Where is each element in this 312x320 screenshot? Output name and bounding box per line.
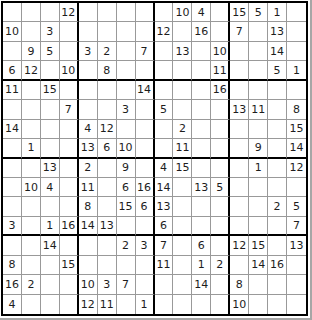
cell-r12c10-empty[interactable] bbox=[173, 217, 192, 236]
cell-r9c12-empty[interactable] bbox=[211, 159, 230, 178]
cell-r11c4-empty[interactable] bbox=[60, 197, 79, 216]
cell-r14c14-given[interactable]: 14 bbox=[249, 256, 268, 275]
cell-r9c4-empty[interactable] bbox=[60, 159, 79, 178]
cell-r10c15-empty[interactable] bbox=[268, 178, 287, 197]
cell-r12c1-given[interactable]: 3 bbox=[3, 217, 22, 236]
cell-r6c6-empty[interactable] bbox=[98, 100, 117, 119]
cell-r15c2-given[interactable]: 2 bbox=[22, 275, 41, 294]
cell-r1c15-given[interactable]: 1 bbox=[268, 3, 287, 22]
cell-r4c12-given[interactable]: 11 bbox=[211, 61, 230, 80]
cell-r3c3-given[interactable]: 5 bbox=[41, 42, 60, 61]
cell-r11c15-given[interactable]: 2 bbox=[268, 197, 287, 216]
cell-r12c2-empty[interactable] bbox=[22, 217, 41, 236]
cell-r12c3-given[interactable]: 1 bbox=[41, 217, 60, 236]
cell-r6c5-empty[interactable] bbox=[79, 100, 98, 119]
cell-r12c4-given[interactable]: 16 bbox=[60, 217, 79, 236]
cell-r14c15-given[interactable]: 16 bbox=[268, 256, 287, 275]
cell-r5c15-empty[interactable] bbox=[268, 81, 287, 100]
cell-r8c8-empty[interactable] bbox=[136, 139, 155, 158]
puzzle-page: 1210415511031216713953271310146121081151… bbox=[0, 0, 312, 320]
cell-r5c4-empty[interactable] bbox=[60, 81, 79, 100]
cell-r2c4-empty[interactable] bbox=[60, 22, 79, 41]
cell-r14c1-given[interactable]: 8 bbox=[3, 256, 22, 275]
cell-r8c6-given[interactable]: 6 bbox=[98, 139, 117, 158]
cell-r13c12-empty[interactable] bbox=[211, 236, 230, 255]
cell-r2c1-given[interactable]: 10 bbox=[3, 22, 22, 41]
cell-r13c16-given[interactable]: 13 bbox=[287, 236, 306, 255]
cell-r3c16-empty[interactable] bbox=[287, 42, 306, 61]
cell-r10c14-empty[interactable] bbox=[249, 178, 268, 197]
cell-r10c2-given[interactable]: 10 bbox=[22, 178, 41, 197]
cell-r9c11-empty[interactable] bbox=[192, 159, 211, 178]
cell-r2c3-given[interactable]: 3 bbox=[41, 22, 60, 41]
cell-r4c2-given[interactable]: 12 bbox=[22, 61, 41, 80]
cell-r6c12-empty[interactable] bbox=[211, 100, 230, 119]
cell-r6c2-empty[interactable] bbox=[22, 100, 41, 119]
cell-r6c11-empty[interactable] bbox=[192, 100, 211, 119]
cell-r15c6-given[interactable]: 3 bbox=[98, 275, 117, 294]
cell-r12c6-given[interactable]: 13 bbox=[98, 217, 117, 236]
cell-r15c14-empty[interactable] bbox=[249, 275, 268, 294]
cell-r1c9-empty[interactable] bbox=[155, 3, 174, 22]
cell-r10c5-given[interactable]: 11 bbox=[79, 178, 98, 197]
cell-r5c6-empty[interactable] bbox=[98, 81, 117, 100]
cell-r15c13-given[interactable]: 8 bbox=[230, 275, 249, 294]
cell-r12c12-empty[interactable] bbox=[211, 217, 230, 236]
cell-r7c9-empty[interactable] bbox=[155, 120, 174, 139]
cell-r7c6-given[interactable]: 12 bbox=[98, 120, 117, 139]
cell-r12c15-empty[interactable] bbox=[268, 217, 287, 236]
cell-r15c7-given[interactable]: 7 bbox=[117, 275, 136, 294]
cell-r5c8-given[interactable]: 14 bbox=[136, 81, 155, 100]
cell-r10c10-empty[interactable] bbox=[173, 178, 192, 197]
cell-r16c1-given[interactable]: 4 bbox=[3, 295, 22, 314]
cell-r3c4-empty[interactable] bbox=[60, 42, 79, 61]
cell-r16c8-given[interactable]: 1 bbox=[136, 295, 155, 314]
cell-r7c4-empty[interactable] bbox=[60, 120, 79, 139]
cell-r11c5-given[interactable]: 8 bbox=[79, 197, 98, 216]
cell-r10c9-given[interactable]: 14 bbox=[155, 178, 174, 197]
cell-r3c2-given[interactable]: 9 bbox=[22, 42, 41, 61]
cell-r6c9-given[interactable]: 5 bbox=[155, 100, 174, 119]
cell-r13c3-given[interactable]: 14 bbox=[41, 236, 60, 255]
cell-r16c13-given[interactable]: 10 bbox=[230, 295, 249, 314]
cell-r13c8-given[interactable]: 3 bbox=[136, 236, 155, 255]
cell-r8c11-empty[interactable] bbox=[192, 139, 211, 158]
cell-r11c16-given[interactable]: 5 bbox=[287, 197, 306, 216]
cell-r3c13-empty[interactable] bbox=[230, 42, 249, 61]
cell-r1c8-empty[interactable] bbox=[136, 3, 155, 22]
cell-r5c11-empty[interactable] bbox=[192, 81, 211, 100]
cell-r9c13-empty[interactable] bbox=[230, 159, 249, 178]
cell-r8c15-empty[interactable] bbox=[268, 139, 287, 158]
cell-r7c13-empty[interactable] bbox=[230, 120, 249, 139]
cell-r1c6-empty[interactable] bbox=[98, 3, 117, 22]
cell-r15c15-empty[interactable] bbox=[268, 275, 287, 294]
cell-r9c15-empty[interactable] bbox=[268, 159, 287, 178]
cell-r4c4-given[interactable]: 10 bbox=[60, 61, 79, 80]
cell-r11c6-empty[interactable] bbox=[98, 197, 117, 216]
cell-r13c10-empty[interactable] bbox=[173, 236, 192, 255]
cell-r14c16-empty[interactable] bbox=[287, 256, 306, 275]
cell-r13c7-given[interactable]: 2 bbox=[117, 236, 136, 255]
cell-r6c10-empty[interactable] bbox=[173, 100, 192, 119]
cell-r9c3-given[interactable]: 13 bbox=[41, 159, 60, 178]
cell-r9c9-given[interactable]: 4 bbox=[155, 159, 174, 178]
cell-r13c4-empty[interactable] bbox=[60, 236, 79, 255]
cell-r11c2-empty[interactable] bbox=[22, 197, 41, 216]
cell-r5c5-empty[interactable] bbox=[79, 81, 98, 100]
cell-r12c11-empty[interactable] bbox=[192, 217, 211, 236]
cell-r5c7-empty[interactable] bbox=[117, 81, 136, 100]
cell-r2c15-given[interactable]: 13 bbox=[268, 22, 287, 41]
cell-r1c1-empty[interactable] bbox=[3, 3, 22, 22]
cell-r4c1-given[interactable]: 6 bbox=[3, 61, 22, 80]
cell-r8c1-empty[interactable] bbox=[3, 139, 22, 158]
cell-r14c12-given[interactable]: 2 bbox=[211, 256, 230, 275]
cell-r4c9-empty[interactable] bbox=[155, 61, 174, 80]
cell-r4c6-given[interactable]: 8 bbox=[98, 61, 117, 80]
cell-r16c4-empty[interactable] bbox=[60, 295, 79, 314]
cell-r9c14-given[interactable]: 1 bbox=[249, 159, 268, 178]
cell-r3c5-given[interactable]: 3 bbox=[79, 42, 98, 61]
cell-r9c1-empty[interactable] bbox=[3, 159, 22, 178]
cell-r13c6-empty[interactable] bbox=[98, 236, 117, 255]
cell-r4c14-empty[interactable] bbox=[249, 61, 268, 80]
cell-r11c13-empty[interactable] bbox=[230, 197, 249, 216]
cell-r3c12-given[interactable]: 10 bbox=[211, 42, 230, 61]
cell-r4c3-empty[interactable] bbox=[41, 61, 60, 80]
cell-r8c14-given[interactable]: 9 bbox=[249, 139, 268, 158]
cell-r5c2-empty[interactable] bbox=[22, 81, 41, 100]
cell-r7c15-empty[interactable] bbox=[268, 120, 287, 139]
cell-r7c5-given[interactable]: 4 bbox=[79, 120, 98, 139]
cell-r9c5-given[interactable]: 2 bbox=[79, 159, 98, 178]
cell-r11c14-empty[interactable] bbox=[249, 197, 268, 216]
cell-r2c10-empty[interactable] bbox=[173, 22, 192, 41]
cell-r7c11-empty[interactable] bbox=[192, 120, 211, 139]
cell-r5c14-empty[interactable] bbox=[249, 81, 268, 100]
cell-r6c3-empty[interactable] bbox=[41, 100, 60, 119]
cell-r2c8-empty[interactable] bbox=[136, 22, 155, 41]
cell-r1c11-given[interactable]: 4 bbox=[192, 3, 211, 22]
cell-r15c9-empty[interactable] bbox=[155, 275, 174, 294]
cell-r1c5-empty[interactable] bbox=[79, 3, 98, 22]
cell-r3c7-empty[interactable] bbox=[117, 42, 136, 61]
cell-r16c14-empty[interactable] bbox=[249, 295, 268, 314]
cell-r1c16-empty[interactable] bbox=[287, 3, 306, 22]
cell-r16c5-given[interactable]: 12 bbox=[79, 295, 98, 314]
cell-r5c1-given[interactable]: 11 bbox=[3, 81, 22, 100]
cell-r15c3-empty[interactable] bbox=[41, 275, 60, 294]
cell-r2c7-empty[interactable] bbox=[117, 22, 136, 41]
cell-r14c13-empty[interactable] bbox=[230, 256, 249, 275]
cell-r14c3-empty[interactable] bbox=[41, 256, 60, 275]
cell-r12c7-empty[interactable] bbox=[117, 217, 136, 236]
cell-r6c1-empty[interactable] bbox=[3, 100, 22, 119]
cell-r13c11-given[interactable]: 6 bbox=[192, 236, 211, 255]
cell-r16c3-empty[interactable] bbox=[41, 295, 60, 314]
cell-r3c9-empty[interactable] bbox=[155, 42, 174, 61]
cell-r13c1-empty[interactable] bbox=[3, 236, 22, 255]
cell-r15c4-empty[interactable] bbox=[60, 275, 79, 294]
cell-r8c7-given[interactable]: 10 bbox=[117, 139, 136, 158]
cell-r8c10-given[interactable]: 11 bbox=[173, 139, 192, 158]
cell-r7c14-empty[interactable] bbox=[249, 120, 268, 139]
cell-r14c2-empty[interactable] bbox=[22, 256, 41, 275]
cell-r3c14-empty[interactable] bbox=[249, 42, 268, 61]
cell-r7c16-given[interactable]: 15 bbox=[287, 120, 306, 139]
cell-r11c10-empty[interactable] bbox=[173, 197, 192, 216]
cell-r16c7-empty[interactable] bbox=[117, 295, 136, 314]
cell-r10c13-empty[interactable] bbox=[230, 178, 249, 197]
cell-r15c16-empty[interactable] bbox=[287, 275, 306, 294]
cell-r10c8-given[interactable]: 16 bbox=[136, 178, 155, 197]
cell-r10c4-empty[interactable] bbox=[60, 178, 79, 197]
cell-r1c10-given[interactable]: 10 bbox=[173, 3, 192, 22]
cell-r16c12-empty[interactable] bbox=[211, 295, 230, 314]
cell-r2c2-empty[interactable] bbox=[22, 22, 41, 41]
cell-r4c11-empty[interactable] bbox=[192, 61, 211, 80]
cell-r6c15-empty[interactable] bbox=[268, 100, 287, 119]
cell-r12c13-empty[interactable] bbox=[230, 217, 249, 236]
cell-r2c11-given[interactable]: 16 bbox=[192, 22, 211, 41]
cell-r15c1-given[interactable]: 16 bbox=[3, 275, 22, 294]
cell-r3c8-given[interactable]: 7 bbox=[136, 42, 155, 61]
cell-r7c3-empty[interactable] bbox=[41, 120, 60, 139]
cell-r5c10-empty[interactable] bbox=[173, 81, 192, 100]
cell-r13c5-empty[interactable] bbox=[79, 236, 98, 255]
cell-r16c11-empty[interactable] bbox=[192, 295, 211, 314]
cell-r1c2-empty[interactable] bbox=[22, 3, 41, 22]
cell-r2c14-empty[interactable] bbox=[249, 22, 268, 41]
cell-r13c13-given[interactable]: 12 bbox=[230, 236, 249, 255]
cell-r8c3-empty[interactable] bbox=[41, 139, 60, 158]
cell-r9c7-given[interactable]: 9 bbox=[117, 159, 136, 178]
cell-r5c13-empty[interactable] bbox=[230, 81, 249, 100]
cell-r11c12-empty[interactable] bbox=[211, 197, 230, 216]
cell-r10c7-given[interactable]: 6 bbox=[117, 178, 136, 197]
cell-r3c11-empty[interactable] bbox=[192, 42, 211, 61]
cell-r2c12-empty[interactable] bbox=[211, 22, 230, 41]
cell-r3c15-given[interactable]: 14 bbox=[268, 42, 287, 61]
cell-r13c2-empty[interactable] bbox=[22, 236, 41, 255]
cell-r15c12-empty[interactable] bbox=[211, 275, 230, 294]
cell-r14c4-given[interactable]: 15 bbox=[60, 256, 79, 275]
cell-r11c1-empty[interactable] bbox=[3, 197, 22, 216]
cell-r11c9-given[interactable]: 13 bbox=[155, 197, 174, 216]
cell-r5c9-empty[interactable] bbox=[155, 81, 174, 100]
cell-r12c16-given[interactable]: 7 bbox=[287, 217, 306, 236]
cell-r3c10-given[interactable]: 13 bbox=[173, 42, 192, 61]
cell-r4c15-given[interactable]: 5 bbox=[268, 61, 287, 80]
cell-r12c8-empty[interactable] bbox=[136, 217, 155, 236]
cell-r8c9-empty[interactable] bbox=[155, 139, 174, 158]
cell-r12c14-empty[interactable] bbox=[249, 217, 268, 236]
cell-r10c16-empty[interactable] bbox=[287, 178, 306, 197]
cell-r3c1-empty[interactable] bbox=[3, 42, 22, 61]
cell-r14c7-empty[interactable] bbox=[117, 256, 136, 275]
cell-r16c10-empty[interactable] bbox=[173, 295, 192, 314]
cell-r6c13-given[interactable]: 13 bbox=[230, 100, 249, 119]
cell-r1c3-empty[interactable] bbox=[41, 3, 60, 22]
cell-r7c12-empty[interactable] bbox=[211, 120, 230, 139]
cell-r7c1-given[interactable]: 14 bbox=[3, 120, 22, 139]
cell-r14c9-given[interactable]: 11 bbox=[155, 256, 174, 275]
cell-r8c2-given[interactable]: 1 bbox=[22, 139, 41, 158]
cell-r15c8-empty[interactable] bbox=[136, 275, 155, 294]
cell-r2c13-given[interactable]: 7 bbox=[230, 22, 249, 41]
cell-r16c2-empty[interactable] bbox=[22, 295, 41, 314]
cell-r10c11-given[interactable]: 13 bbox=[192, 178, 211, 197]
cell-r4c5-empty[interactable] bbox=[79, 61, 98, 80]
cell-r2c16-empty[interactable] bbox=[287, 22, 306, 41]
sudoku-16x16-board: 1210415511031216713953271310146121081151… bbox=[1, 1, 308, 316]
cell-r8c12-empty[interactable] bbox=[211, 139, 230, 158]
cell-r8c13-empty[interactable] bbox=[230, 139, 249, 158]
cell-r5c16-empty[interactable] bbox=[287, 81, 306, 100]
cell-r11c8-given[interactable]: 6 bbox=[136, 197, 155, 216]
cell-r5c3-given[interactable]: 15 bbox=[41, 81, 60, 100]
cell-r16c9-empty[interactable] bbox=[155, 295, 174, 314]
cell-r2c5-empty[interactable] bbox=[79, 22, 98, 41]
cell-r6c14-given[interactable]: 11 bbox=[249, 100, 268, 119]
cell-r10c3-given[interactable]: 4 bbox=[41, 178, 60, 197]
cell-r16c6-given[interactable]: 11 bbox=[98, 295, 117, 314]
cell-r1c13-given[interactable]: 15 bbox=[230, 3, 249, 22]
cell-r10c6-empty[interactable] bbox=[98, 178, 117, 197]
cell-r1c4-given[interactable]: 12 bbox=[60, 3, 79, 22]
cell-r11c11-empty[interactable] bbox=[192, 197, 211, 216]
cell-r11c3-empty[interactable] bbox=[41, 197, 60, 216]
cell-r12c9-given[interactable]: 6 bbox=[155, 217, 174, 236]
cell-r1c7-empty[interactable] bbox=[117, 3, 136, 22]
cell-r9c8-empty[interactable] bbox=[136, 159, 155, 178]
cell-r4c13-empty[interactable] bbox=[230, 61, 249, 80]
cell-r7c2-empty[interactable] bbox=[22, 120, 41, 139]
cell-r10c1-empty[interactable] bbox=[3, 178, 22, 197]
cell-r14c11-given[interactable]: 1 bbox=[192, 256, 211, 275]
cell-r13c15-empty[interactable] bbox=[268, 236, 287, 255]
cell-r15c5-given[interactable]: 10 bbox=[79, 275, 98, 294]
cell-r6c16-given[interactable]: 8 bbox=[287, 100, 306, 119]
cell-r8c5-given[interactable]: 13 bbox=[79, 139, 98, 158]
cell-r9c10-given[interactable]: 15 bbox=[173, 159, 192, 178]
cell-r4c7-empty[interactable] bbox=[117, 61, 136, 80]
cell-r16c16-empty[interactable] bbox=[287, 295, 306, 314]
cell-r9c16-given[interactable]: 12 bbox=[287, 159, 306, 178]
cell-r13c14-given[interactable]: 15 bbox=[249, 236, 268, 255]
cell-r14c8-empty[interactable] bbox=[136, 256, 155, 275]
cell-r9c6-empty[interactable] bbox=[98, 159, 117, 178]
cell-r7c7-empty[interactable] bbox=[117, 120, 136, 139]
cell-r6c8-empty[interactable] bbox=[136, 100, 155, 119]
cell-r1c12-empty[interactable] bbox=[211, 3, 230, 22]
cell-r1c14-given[interactable]: 5 bbox=[249, 3, 268, 22]
cell-r7c10-given[interactable]: 2 bbox=[173, 120, 192, 139]
cell-r5c12-given[interactable]: 16 bbox=[211, 81, 230, 100]
cell-r12c5-given[interactable]: 14 bbox=[79, 217, 98, 236]
cell-r4c10-empty[interactable] bbox=[173, 61, 192, 80]
cell-r9c2-empty[interactable] bbox=[22, 159, 41, 178]
cell-r6c7-given[interactable]: 3 bbox=[117, 100, 136, 119]
cell-r2c9-given[interactable]: 12 bbox=[155, 22, 174, 41]
cell-r8c16-given[interactable]: 14 bbox=[287, 139, 306, 158]
cell-r14c5-empty[interactable] bbox=[79, 256, 98, 275]
cell-r2c6-empty[interactable] bbox=[98, 22, 117, 41]
cell-r14c10-empty[interactable] bbox=[173, 256, 192, 275]
cell-r4c8-empty[interactable] bbox=[136, 61, 155, 80]
cell-r10c12-given[interactable]: 5 bbox=[211, 178, 230, 197]
cell-r15c10-empty[interactable] bbox=[173, 275, 192, 294]
cell-r7c8-empty[interactable] bbox=[136, 120, 155, 139]
cell-r13c9-given[interactable]: 7 bbox=[155, 236, 174, 255]
cell-r14c6-empty[interactable] bbox=[98, 256, 117, 275]
cell-r15c11-given[interactable]: 14 bbox=[192, 275, 211, 294]
cell-r16c15-empty[interactable] bbox=[268, 295, 287, 314]
cell-r8c4-empty[interactable] bbox=[60, 139, 79, 158]
cell-r11c7-given[interactable]: 15 bbox=[117, 197, 136, 216]
cell-r3c6-given[interactable]: 2 bbox=[98, 42, 117, 61]
cell-r6c4-given[interactable]: 7 bbox=[60, 100, 79, 119]
cell-r4c16-given[interactable]: 1 bbox=[287, 61, 306, 80]
